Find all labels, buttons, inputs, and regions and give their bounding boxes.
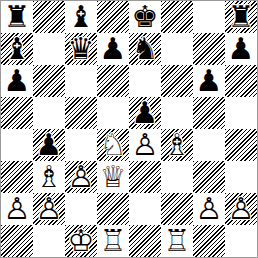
- black-rook: ♜♜: [225, 1, 257, 33]
- black-queen: ♛♛: [65, 33, 97, 65]
- square-e2[interactable]: [129, 193, 161, 225]
- piece-ink-layer: ♙: [33, 193, 65, 225]
- piece-ink-layer: ♝: [65, 1, 97, 33]
- piece-ink-layer: ♙: [129, 129, 161, 161]
- square-a7[interactable]: ♝♝: [1, 33, 33, 65]
- square-g3[interactable]: [193, 161, 225, 193]
- white-rook: ♜♖: [161, 225, 193, 257]
- piece-ink-layer: ♟: [225, 33, 257, 65]
- square-h5[interactable]: [225, 97, 257, 129]
- square-a4[interactable]: [1, 129, 33, 161]
- piece-ink-layer: ♜: [1, 1, 33, 33]
- square-f6[interactable]: [161, 65, 193, 97]
- black-pawn: ♟♟: [129, 97, 161, 129]
- square-g2[interactable]: ♟♙: [193, 193, 225, 225]
- square-g5[interactable]: [193, 97, 225, 129]
- square-c5[interactable]: [65, 97, 97, 129]
- square-a8[interactable]: ♜♜: [1, 1, 33, 33]
- piece-ink-layer: ♙: [193, 193, 225, 225]
- black-pawn: ♟♟: [225, 33, 257, 65]
- square-a3[interactable]: [1, 161, 33, 193]
- square-h3[interactable]: [225, 161, 257, 193]
- piece-ink-layer: ♙: [1, 193, 33, 225]
- square-d4[interactable]: ♞♘: [97, 129, 129, 161]
- square-h1[interactable]: [225, 225, 257, 257]
- black-rook: ♜♜: [1, 1, 33, 33]
- square-b4[interactable]: ♟♟: [33, 129, 65, 161]
- square-f3[interactable]: [161, 161, 193, 193]
- piece-ink-layer: ♘: [97, 129, 129, 161]
- black-knight: ♞♞: [129, 33, 161, 65]
- piece-ink-layer: ♙: [65, 161, 97, 193]
- square-a1[interactable]: [1, 225, 33, 257]
- square-f2[interactable]: [161, 193, 193, 225]
- white-pawn: ♟♙: [129, 129, 161, 161]
- square-a5[interactable]: [1, 97, 33, 129]
- square-b6[interactable]: [33, 65, 65, 97]
- square-g6[interactable]: ♟♟: [193, 65, 225, 97]
- square-d7[interactable]: ♟♟: [97, 33, 129, 65]
- piece-ink-layer: ♟: [129, 97, 161, 129]
- piece-ink-layer: ♜: [225, 1, 257, 33]
- square-d8[interactable]: [97, 1, 129, 33]
- piece-ink-layer: ♟: [1, 65, 33, 97]
- black-pawn: ♟♟: [1, 65, 33, 97]
- piece-ink-layer: ♟: [33, 129, 65, 161]
- square-b3[interactable]: ♝♗: [33, 161, 65, 193]
- square-e6[interactable]: [129, 65, 161, 97]
- piece-ink-layer: ♟: [193, 65, 225, 97]
- black-bishop: ♝♝: [65, 1, 97, 33]
- black-king: ♚♚: [129, 1, 161, 33]
- square-f4[interactable]: ♝♗: [161, 129, 193, 161]
- square-a2[interactable]: ♟♙: [1, 193, 33, 225]
- square-d1[interactable]: ♜♖: [97, 225, 129, 257]
- square-b8[interactable]: [33, 1, 65, 33]
- piece-ink-layer: ♞: [129, 33, 161, 65]
- square-h4[interactable]: [225, 129, 257, 161]
- square-b1[interactable]: [33, 225, 65, 257]
- piece-ink-layer: ♙: [225, 193, 257, 225]
- piece-ink-layer: ♚: [129, 1, 161, 33]
- square-e4[interactable]: ♟♙: [129, 129, 161, 161]
- square-b5[interactable]: [33, 97, 65, 129]
- piece-ink-layer: ♗: [33, 161, 65, 193]
- square-f1[interactable]: ♜♖: [161, 225, 193, 257]
- square-c8[interactable]: ♝♝: [65, 1, 97, 33]
- black-pawn: ♟♟: [97, 33, 129, 65]
- black-pawn: ♟♟: [33, 129, 65, 161]
- square-d2[interactable]: [97, 193, 129, 225]
- square-e7[interactable]: ♞♞: [129, 33, 161, 65]
- piece-ink-layer: ♖: [161, 225, 193, 257]
- piece-ink-layer: ♝: [1, 33, 33, 65]
- square-h2[interactable]: ♟♙: [225, 193, 257, 225]
- black-bishop: ♝♝: [1, 33, 33, 65]
- square-g1[interactable]: [193, 225, 225, 257]
- square-e5[interactable]: ♟♟: [129, 97, 161, 129]
- square-b7[interactable]: [33, 33, 65, 65]
- white-pawn: ♟♙: [1, 193, 33, 225]
- square-f5[interactable]: [161, 97, 193, 129]
- white-king: ♚♔: [65, 225, 97, 257]
- piece-ink-layer: ♖: [97, 225, 129, 257]
- white-bishop: ♝♗: [33, 161, 65, 193]
- square-h7[interactable]: ♟♟: [225, 33, 257, 65]
- square-b2[interactable]: ♟♙: [33, 193, 65, 225]
- square-f7[interactable]: [161, 33, 193, 65]
- black-pawn: ♟♟: [193, 65, 225, 97]
- square-d3[interactable]: ♛♕: [97, 161, 129, 193]
- square-e3[interactable]: [129, 161, 161, 193]
- piece-ink-layer: ♗: [161, 129, 193, 161]
- square-d5[interactable]: [97, 97, 129, 129]
- square-g7[interactable]: [193, 33, 225, 65]
- piece-ink-layer: ♔: [65, 225, 97, 257]
- square-e8[interactable]: ♚♚: [129, 1, 161, 33]
- square-c7[interactable]: ♛♛: [65, 33, 97, 65]
- white-queen: ♛♕: [97, 161, 129, 193]
- white-pawn: ♟♙: [33, 193, 65, 225]
- square-f8[interactable]: [161, 1, 193, 33]
- square-e1[interactable]: [129, 225, 161, 257]
- piece-ink-layer: ♟: [97, 33, 129, 65]
- white-knight: ♞♘: [97, 129, 129, 161]
- white-bishop: ♝♗: [161, 129, 193, 161]
- white-rook: ♜♖: [97, 225, 129, 257]
- square-c1[interactable]: ♚♔: [65, 225, 97, 257]
- square-g4[interactable]: [193, 129, 225, 161]
- white-pawn: ♟♙: [225, 193, 257, 225]
- square-h6[interactable]: [225, 65, 257, 97]
- square-c6[interactable]: [65, 65, 97, 97]
- square-d6[interactable]: [97, 65, 129, 97]
- white-pawn: ♟♙: [193, 193, 225, 225]
- piece-ink-layer: ♕: [97, 161, 129, 193]
- chess-board: ♜♜♝♝♚♚♜♜♝♝♛♛♟♟♞♞♟♟♟♟♟♟♟♟♟♟♞♘♟♙♝♗♝♗♟♙♛♕♟♙…: [1, 1, 257, 257]
- square-c2[interactable]: [65, 193, 97, 225]
- square-c3[interactable]: ♟♙: [65, 161, 97, 193]
- piece-ink-layer: ♛: [65, 33, 97, 65]
- board-frame: ♜♜♝♝♚♚♜♜♝♝♛♛♟♟♞♞♟♟♟♟♟♟♟♟♟♟♞♘♟♙♝♗♝♗♟♙♛♕♟♙…: [0, 0, 258, 258]
- square-a6[interactable]: ♟♟: [1, 65, 33, 97]
- square-h8[interactable]: ♜♜: [225, 1, 257, 33]
- square-c4[interactable]: [65, 129, 97, 161]
- square-g8[interactable]: [193, 1, 225, 33]
- white-pawn: ♟♙: [65, 161, 97, 193]
